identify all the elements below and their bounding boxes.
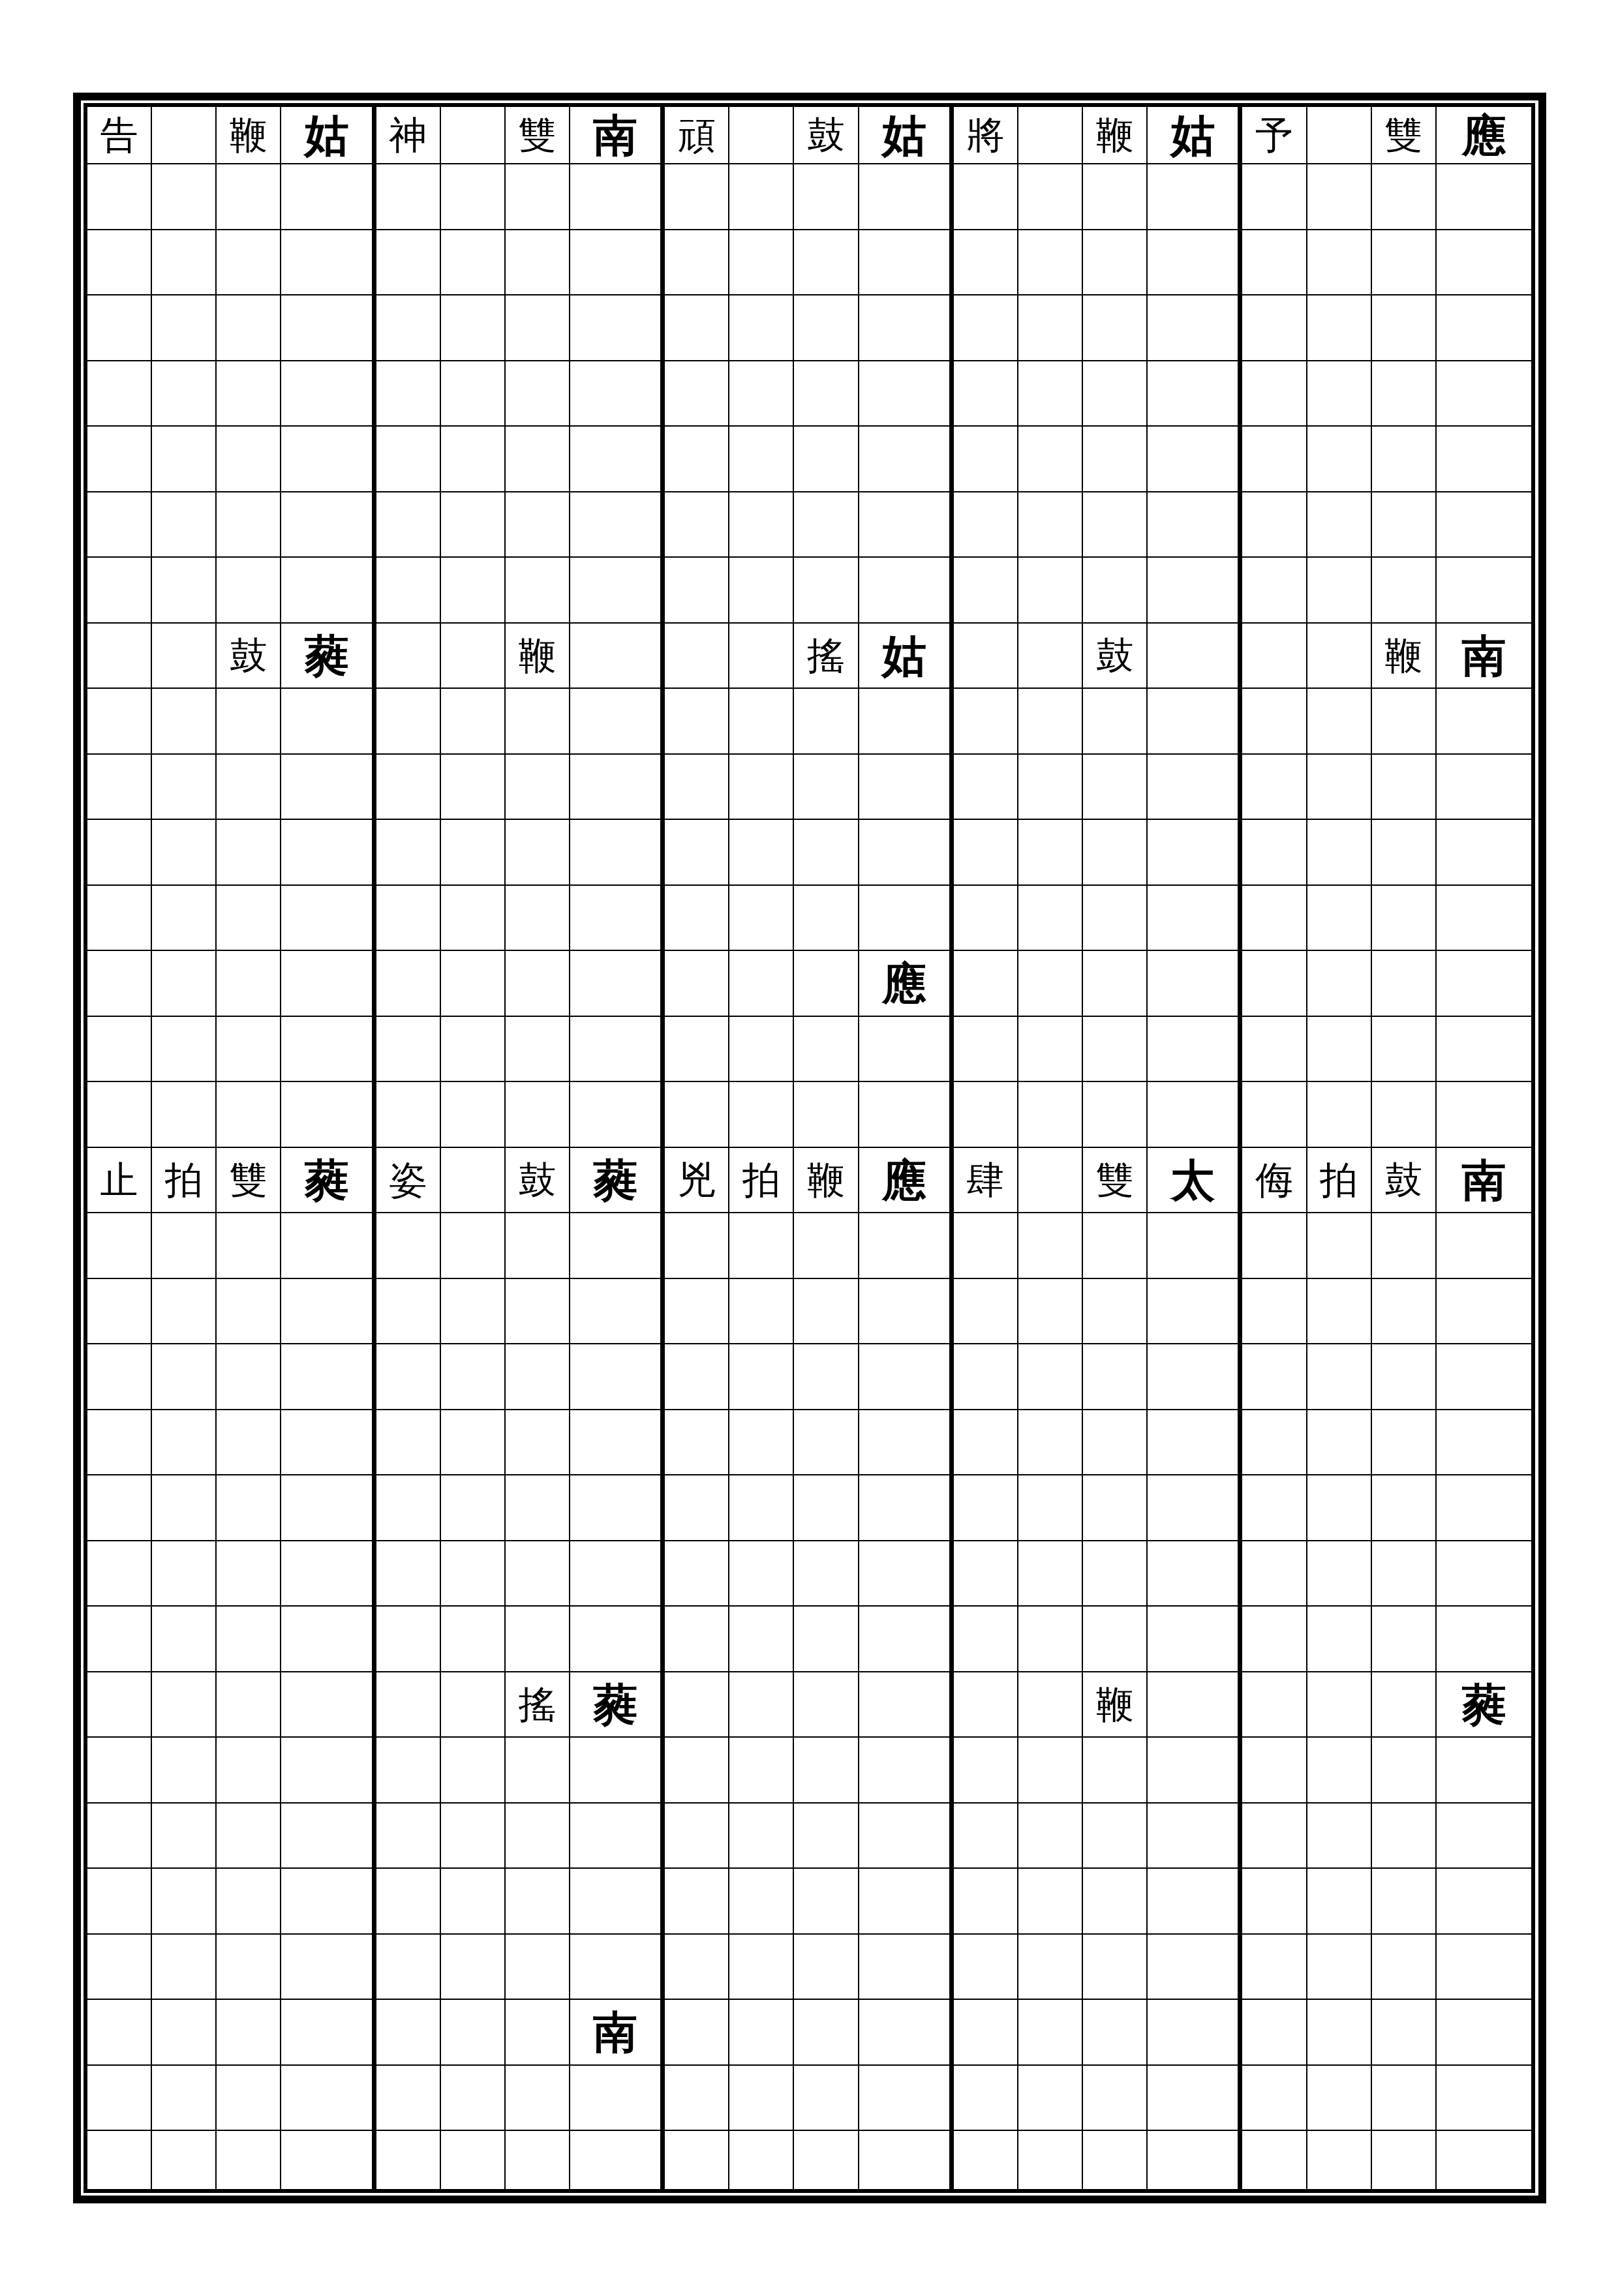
score-cell [794,558,859,624]
score-cell [954,295,1018,361]
score-cell [954,1607,1018,1672]
score-cell [506,164,570,230]
pitch-cell [859,1541,954,1607]
score-cell [1307,1738,1372,1804]
score-cell [87,1279,152,1345]
score-cell [87,1017,152,1083]
pitch-cell [281,427,376,492]
score-cell [1083,427,1148,492]
score-cell [954,1935,1018,2001]
score-cell [87,689,152,755]
pitch-cell [281,1935,376,2001]
score-cell [954,1869,1018,1935]
score-cell [665,951,729,1017]
score-cell [1242,951,1307,1017]
score-cell [1307,1607,1372,1672]
score-cell [665,1279,729,1345]
score-cell [729,1541,794,1607]
score-cell [1307,1935,1372,2001]
score-cell [954,1804,1018,1869]
score-cell [376,295,441,361]
score-cell [1083,1279,1148,1345]
score-cell [1372,1410,1437,1476]
score-cell [1018,1672,1083,1738]
score-cell [794,1344,859,1410]
pitch-cell [1148,1738,1242,1804]
score-cell [217,1410,281,1476]
score-cell [1018,689,1083,755]
score-cell [665,1869,729,1935]
pitch-cell [570,295,665,361]
pitch-cell [570,1410,665,1476]
score-cell [1083,2066,1148,2132]
pitch-cell [1148,1672,1242,1738]
pitch-cell: 蕤 [570,1148,665,1214]
score-cell [665,427,729,492]
score-cell [794,164,859,230]
score-cell [376,1541,441,1607]
pitch-cell [1148,1869,1242,1935]
score-cell [1307,820,1372,886]
score-cell [1242,230,1307,296]
score-cell [1372,1344,1437,1410]
score-cell [1018,1475,1083,1541]
score-cell [217,1541,281,1607]
pitch-cell [1148,1607,1242,1672]
pitch-cell [570,1213,665,1279]
pitch-cell [1148,1804,1242,1869]
score-cell [954,1475,1018,1541]
score-cell [1242,1410,1307,1476]
pitch-cell [1437,2066,1531,2132]
score-cell [1083,295,1148,361]
score-cell [217,2066,281,2132]
score-cell [1242,1213,1307,1279]
score-cell [794,1279,859,1345]
score-cell [152,361,217,427]
score-cell [87,1344,152,1410]
score-cell [665,1804,729,1869]
score-cell [1242,1869,1307,1935]
score-cell [1018,427,1083,492]
score-cell [506,1213,570,1279]
pitch-cell [859,1869,954,1935]
pitch-cell [570,1082,665,1148]
score-cell: 將 [954,107,1018,164]
pitch-cell [281,1213,376,1279]
pitch-cell [281,1475,376,1541]
score-cell [954,1213,1018,1279]
score-cell [954,2000,1018,2066]
score-cell: 雙 [1372,107,1437,164]
score-cell [1307,951,1372,1017]
score-cell [729,1213,794,1279]
pitch-cell [859,492,954,558]
score-cell [1018,1541,1083,1607]
score-cell [1083,886,1148,952]
score-cell [1083,2000,1148,2066]
pitch-cell: 姑 [859,107,954,164]
score-cell [152,492,217,558]
score-cell [506,1869,570,1935]
pitch-cell [281,1410,376,1476]
score-cell: 鞭 [1083,1672,1148,1738]
score-cell [441,1082,506,1148]
score-cell [152,951,217,1017]
score-cell [217,886,281,952]
score-cell [794,689,859,755]
score-cell [665,820,729,886]
pitch-cell [1148,1082,1242,1148]
score-cell [87,164,152,230]
score-cell [1083,755,1148,821]
score-cell [87,295,152,361]
pitch-cell [1437,492,1531,558]
score-cell [1307,230,1372,296]
page: { "game": "chinese-ritual-music-score-gr… [0,0,1618,2296]
pitch-cell [1437,886,1531,952]
score-cell [441,427,506,492]
score-cell [217,230,281,296]
score-cell [376,1935,441,2001]
score-cell [1018,107,1083,164]
score-cell: 予 [1242,107,1307,164]
score-cell [794,1541,859,1607]
score-cell [1083,820,1148,886]
score-cell [729,1935,794,2001]
score-cell: 鼓 [794,107,859,164]
score-cell [794,755,859,821]
pitch-cell [1437,1213,1531,1279]
score-cell [1372,886,1437,952]
score-cell [376,689,441,755]
score-cell [217,1017,281,1083]
score-cell [217,295,281,361]
score-cell [1307,1672,1372,1738]
score-cell [441,1017,506,1083]
pitch-cell [1437,1279,1531,1345]
pitch-cell [281,2131,376,2189]
pitch-cell [1148,1410,1242,1476]
score-cell: 拍 [152,1148,217,1214]
score-cell [1018,361,1083,427]
score-cell [794,1738,859,1804]
score-cell [729,2066,794,2132]
score-cell [152,1017,217,1083]
score-cell [954,820,1018,886]
score-cell [506,1279,570,1345]
pitch-cell [1437,1475,1531,1541]
score-cell [87,492,152,558]
score-cell [1307,164,1372,230]
score-cell [1307,1804,1372,1869]
score-cell [152,1672,217,1738]
pitch-cell [281,1344,376,1410]
score-cell [1307,1475,1372,1541]
score-cell [1372,492,1437,558]
score-cell [441,164,506,230]
score-cell [376,1738,441,1804]
pitch-cell [1148,492,1242,558]
score-cell [1242,755,1307,821]
score-cell [1307,2066,1372,2132]
score-cell [217,1082,281,1148]
score-cell [665,624,729,689]
pitch-cell [1437,558,1531,624]
score-cell [376,886,441,952]
pitch-cell [859,820,954,886]
pitch-cell [1148,1541,1242,1607]
score-cell [441,107,506,164]
score-cell [954,2131,1018,2189]
pitch-cell: 姑 [281,107,376,164]
score-cell: 鞭 [794,1148,859,1214]
score-cell [1307,886,1372,952]
score-cell [794,820,859,886]
pitch-cell [1148,230,1242,296]
score-cell [506,951,570,1017]
score-cell [794,1607,859,1672]
score-cell [376,1672,441,1738]
score-cell [217,951,281,1017]
score-cell [152,1410,217,1476]
pitch-cell: 南 [570,2000,665,2066]
score-cell [87,1082,152,1148]
score-cell [1242,295,1307,361]
score-cell [217,1213,281,1279]
pitch-cell [1148,689,1242,755]
score-cell [1307,107,1372,164]
score-cell [506,1082,570,1148]
pitch-cell: 蕤 [570,1672,665,1738]
score-cell [87,886,152,952]
score-cell [954,1344,1018,1410]
score-cell [1242,1738,1307,1804]
pitch-cell [1437,1869,1531,1935]
pitch-cell [570,164,665,230]
score-cell [506,2131,570,2189]
score-cell [665,1475,729,1541]
score-cell [441,1541,506,1607]
pitch-cell: 南 [1437,624,1531,689]
score-cell [87,1804,152,1869]
score-cell [506,2066,570,2132]
pitch-cell [1148,1344,1242,1410]
score-cell [1307,1410,1372,1476]
pitch-cell [1148,361,1242,427]
score-cell [1083,492,1148,558]
score-cell [152,2131,217,2189]
pitch-cell: 應 [859,1148,954,1214]
score-cell [794,1935,859,2001]
score-cell [1372,1082,1437,1148]
pitch-cell [570,1344,665,1410]
score-cell [506,2000,570,2066]
score-cell [954,1082,1018,1148]
pitch-cell [281,2066,376,2132]
pitch-cell [1437,1410,1531,1476]
score-cell [87,820,152,886]
score-cell [794,295,859,361]
pitch-cell [570,2131,665,2189]
pitch-cell [281,1607,376,1672]
score-cell [152,1344,217,1410]
pitch-cell [859,1738,954,1804]
score-cell [1018,1148,1083,1214]
score-cell [1307,755,1372,821]
score-cell [1307,427,1372,492]
score-cell [1018,558,1083,624]
score-cell [794,492,859,558]
pitch-cell [281,164,376,230]
score-cell: 鞭 [217,107,281,164]
score-cell [217,558,281,624]
pitch-cell [1148,558,1242,624]
score-cell [376,820,441,886]
pitch-cell [1437,755,1531,821]
score-cell [506,1607,570,1672]
pitch-cell [570,886,665,952]
pitch-cell: 姑 [859,624,954,689]
score-cell [441,1344,506,1410]
score-cell [1307,1344,1372,1410]
score-cell [441,1738,506,1804]
score-cell [506,1738,570,1804]
score-cell [1307,1541,1372,1607]
score-cell: 肆 [954,1148,1018,1214]
score-cell [954,1410,1018,1476]
score-cell: 告 [87,107,152,164]
score-cell [152,820,217,886]
pitch-cell [1148,624,1242,689]
pitch-cell [1437,295,1531,361]
score-cell [729,558,794,624]
pitch-cell [281,295,376,361]
score-cell [665,558,729,624]
pitch-cell [1437,820,1531,886]
pitch-cell [1437,1082,1531,1148]
pitch-cell [281,1082,376,1148]
score-cell [1242,1475,1307,1541]
pitch-cell [1148,2131,1242,2189]
score-cell [1018,820,1083,886]
score-cell [441,1672,506,1738]
score-cell [1242,1541,1307,1607]
score-cell [1307,492,1372,558]
pitch-cell [859,1082,954,1148]
score-cell [665,164,729,230]
pitch-cell [1437,1738,1531,1804]
score-cell [87,2066,152,2132]
score-cell [376,1869,441,1935]
score-cell [1372,755,1437,821]
score-cell [441,1148,506,1214]
score-cell [1083,1607,1148,1672]
score-cell [1307,558,1372,624]
pitch-cell [1437,2131,1531,2189]
score-cell [152,1082,217,1148]
score-cell: 拍 [1307,1148,1372,1214]
score-cell [1307,361,1372,427]
score-cell [729,755,794,821]
score-cell [376,755,441,821]
score-cell [152,755,217,821]
pitch-cell [1437,1804,1531,1869]
score-cell: 止 [87,1148,152,1214]
score-cell [665,1738,729,1804]
score-cell [441,361,506,427]
score-cell [1083,1738,1148,1804]
score-cell [665,361,729,427]
score-cell [87,1738,152,1804]
score-cell [794,1082,859,1148]
score-cell [217,820,281,886]
score-cell [1018,1410,1083,1476]
pitch-cell [1437,1935,1531,2001]
score-cell: 雙 [217,1148,281,1214]
score-cell [217,1738,281,1804]
score-cell [954,230,1018,296]
score-cell [87,2000,152,2066]
score-cell [87,624,152,689]
pitch-cell [859,2000,954,2066]
score-cell [1018,1017,1083,1083]
pitch-cell: 蕤 [1437,1672,1531,1738]
score-cell [729,2000,794,2066]
score-cell [87,1869,152,1935]
score-cell [794,361,859,427]
score-cell [729,1475,794,1541]
score-cell [376,1279,441,1345]
score-cell [794,2066,859,2132]
score-cell [954,1541,1018,1607]
score-cell [376,558,441,624]
score-cell [152,427,217,492]
score-cell [954,492,1018,558]
score-cell [87,1935,152,2001]
pitch-cell [570,492,665,558]
score-cell [506,1344,570,1410]
score-cell: 搖 [794,624,859,689]
score-cell [376,492,441,558]
score-cell [506,886,570,952]
score-cell [152,2066,217,2132]
pitch-cell [570,230,665,296]
pitch-cell: 南 [1437,1148,1531,1214]
score-cell: 侮 [1242,1148,1307,1214]
score-cell [954,1672,1018,1738]
score-cell [376,361,441,427]
score-cell [794,1410,859,1476]
pitch-cell [281,1017,376,1083]
score-cell [1018,295,1083,361]
score-cell [1372,1607,1437,1672]
score-cell [152,1475,217,1541]
pitch-cell: 太 [1148,1148,1242,1214]
pitch-cell [1148,886,1242,952]
score-cell [1372,361,1437,427]
score-cell [1083,2131,1148,2189]
score-cell [954,2066,1018,2132]
score-cell [441,295,506,361]
score-cell [87,2131,152,2189]
score-cell [441,2066,506,2132]
score-cell [1242,2066,1307,2132]
pitch-cell [281,492,376,558]
score-cell [1372,1279,1437,1345]
pitch-cell [570,1475,665,1541]
score-cell [794,1017,859,1083]
